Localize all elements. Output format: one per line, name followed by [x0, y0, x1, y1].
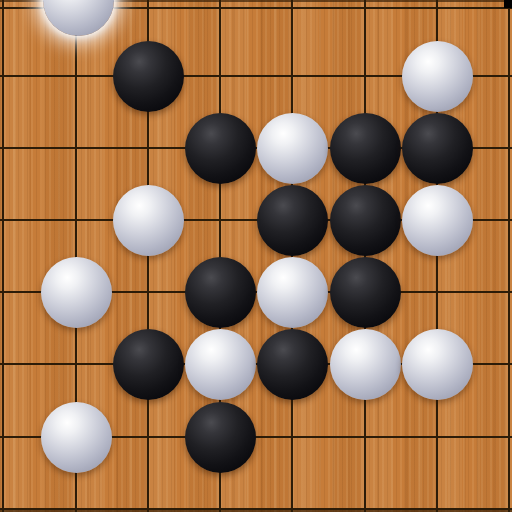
gomoku-board[interactable] — [0, 0, 512, 512]
grid-vertical-line-0 — [2, 0, 4, 512]
white-stone-r0c1 — [43, 0, 114, 36]
white-stone-r3c2 — [113, 185, 184, 256]
white-stone-r1c6 — [402, 41, 473, 112]
black-stone-r6c3 — [185, 402, 256, 473]
white-stone-r2c4 — [257, 113, 328, 184]
grid-vertical-line-5 — [364, 0, 366, 512]
white-stone-r4c1 — [41, 257, 112, 328]
black-stone-r2c5 — [330, 113, 401, 184]
black-stone-r1c2 — [113, 41, 184, 112]
black-stone-r4c3 — [185, 257, 256, 328]
black-stone-r5c4 — [257, 329, 328, 400]
white-stone-r5c3 — [185, 329, 256, 400]
white-stone-r6c1 — [41, 402, 112, 473]
black-stone-r2c6 — [402, 113, 473, 184]
grid-vertical-line-4 — [291, 0, 293, 512]
white-stone-r3c6 — [402, 185, 473, 256]
white-stone-r4c4 — [257, 257, 328, 328]
white-stone-r5c6 — [402, 329, 473, 400]
black-stone-r4c5 — [330, 257, 401, 328]
black-stone-r3c4 — [257, 185, 328, 256]
black-stone-r5c2 — [113, 329, 184, 400]
black-stone-r3c5 — [330, 185, 401, 256]
white-stone-r5c5 — [330, 329, 401, 400]
black-stone-r2c3 — [185, 113, 256, 184]
top-right-black-square — [504, 0, 512, 8]
grid-vertical-line-7 — [508, 0, 510, 512]
